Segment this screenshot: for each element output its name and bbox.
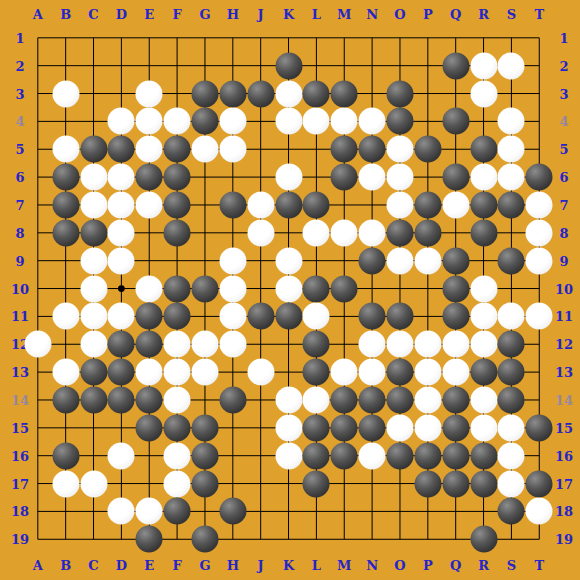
black-stone-B16 — [52, 442, 79, 469]
black-stone-K7 — [275, 191, 302, 218]
white-stone-R11 — [470, 303, 497, 330]
row-label-right-3: 3 — [559, 87, 568, 100]
col-label-top-J: J — [258, 8, 264, 21]
black-stone-L7 — [303, 191, 330, 218]
black-stone-C8 — [80, 219, 107, 246]
white-stone-H4 — [219, 108, 246, 135]
black-stone-F11 — [164, 303, 191, 330]
col-label-top-C: C — [88, 8, 98, 21]
white-stone-R10 — [470, 275, 497, 302]
col-label-bottom-H: H — [227, 559, 239, 572]
black-stone-C14 — [80, 386, 107, 413]
black-stone-J3 — [247, 80, 274, 107]
white-stone-R3 — [470, 80, 497, 107]
col-label-top-P: P — [423, 8, 433, 21]
row-label-left-17: 17 — [11, 477, 29, 490]
black-stone-K11 — [275, 303, 302, 330]
white-stone-K16 — [275, 442, 302, 469]
black-stone-H18 — [219, 498, 246, 525]
black-stone-O13 — [386, 359, 413, 386]
row-label-left-13: 13 — [11, 366, 29, 379]
black-stone-R19 — [470, 526, 497, 553]
white-stone-E3 — [136, 80, 163, 107]
white-stone-A12 — [24, 331, 51, 358]
col-label-top-O: O — [394, 8, 405, 21]
col-label-top-T: T — [534, 8, 544, 21]
white-stone-Q12 — [442, 331, 469, 358]
black-stone-G15 — [191, 414, 218, 441]
black-stone-L13 — [303, 359, 330, 386]
white-stone-J7 — [247, 191, 274, 218]
white-stone-S16 — [498, 442, 525, 469]
black-stone-D13 — [108, 359, 135, 386]
black-stone-F5 — [164, 136, 191, 163]
black-stone-Q9 — [442, 247, 469, 274]
col-label-top-K: K — [283, 8, 294, 21]
black-stone-N5 — [359, 136, 386, 163]
black-stone-C13 — [80, 359, 107, 386]
black-stone-G10 — [191, 275, 218, 302]
black-stone-S9 — [498, 247, 525, 274]
row-label-left-14: 14 — [11, 393, 29, 406]
row-label-left-9: 9 — [15, 254, 24, 267]
row-label-left-5: 5 — [15, 143, 24, 156]
black-stone-S18 — [498, 498, 525, 525]
row-label-left-11: 11 — [11, 310, 29, 323]
white-stone-Q13 — [442, 359, 469, 386]
white-stone-S15 — [498, 414, 525, 441]
row-label-right-4: 4 — [559, 115, 568, 128]
black-stone-H7 — [219, 191, 246, 218]
row-label-right-17: 17 — [555, 477, 573, 490]
white-stone-C7 — [80, 191, 107, 218]
black-stone-F15 — [164, 414, 191, 441]
black-stone-N15 — [359, 414, 386, 441]
black-stone-G16 — [191, 442, 218, 469]
row-label-left-6: 6 — [15, 171, 24, 184]
white-stone-R6 — [470, 164, 497, 191]
white-stone-K4 — [275, 108, 302, 135]
white-stone-H11 — [219, 303, 246, 330]
black-stone-H3 — [219, 80, 246, 107]
col-label-bottom-B: B — [60, 559, 71, 572]
black-stone-F7 — [164, 191, 191, 218]
white-stone-S2 — [498, 52, 525, 79]
white-stone-P14 — [414, 386, 441, 413]
black-stone-P5 — [414, 136, 441, 163]
black-stone-R17 — [470, 470, 497, 497]
col-label-top-E: E — [144, 8, 154, 21]
black-stone-O4 — [386, 108, 413, 135]
black-stone-B8 — [52, 219, 79, 246]
col-label-top-F: F — [172, 8, 181, 21]
black-stone-Q15 — [442, 414, 469, 441]
white-stone-E18 — [136, 498, 163, 525]
row-label-left-19: 19 — [11, 533, 29, 546]
white-stone-L11 — [303, 303, 330, 330]
black-stone-L16 — [303, 442, 330, 469]
col-label-top-M: M — [337, 8, 351, 21]
col-label-bottom-D: D — [116, 559, 127, 572]
row-label-right-15: 15 — [555, 421, 573, 434]
black-stone-D12 — [108, 331, 135, 358]
row-label-left-15: 15 — [11, 421, 29, 434]
white-stone-F13 — [164, 359, 191, 386]
black-stone-F18 — [164, 498, 191, 525]
row-label-left-3: 3 — [15, 87, 24, 100]
black-stone-G17 — [191, 470, 218, 497]
black-stone-O14 — [386, 386, 413, 413]
white-stone-F12 — [164, 331, 191, 358]
white-stone-M13 — [331, 359, 358, 386]
white-stone-T18 — [526, 498, 553, 525]
black-stone-O11 — [386, 303, 413, 330]
white-stone-O6 — [386, 164, 413, 191]
white-stone-B13 — [52, 359, 79, 386]
row-label-right-18: 18 — [555, 505, 573, 518]
white-stone-O15 — [386, 414, 413, 441]
black-stone-F10 — [164, 275, 191, 302]
black-stone-Q11 — [442, 303, 469, 330]
white-stone-C11 — [80, 303, 107, 330]
white-stone-J8 — [247, 219, 274, 246]
white-stone-O7 — [386, 191, 413, 218]
black-stone-O16 — [386, 442, 413, 469]
white-stone-G5 — [191, 136, 218, 163]
white-stone-H9 — [219, 247, 246, 274]
white-stone-K10 — [275, 275, 302, 302]
col-label-bottom-S: S — [507, 559, 516, 572]
black-stone-D14 — [108, 386, 135, 413]
white-stone-O5 — [386, 136, 413, 163]
white-stone-P15 — [414, 414, 441, 441]
white-stone-N13 — [359, 359, 386, 386]
go-board[interactable]: AABBCCDDEEFFGGHHJJKKLLMMNNOOPPQQRRSSTT11… — [0, 0, 580, 580]
row-label-right-11: 11 — [555, 310, 573, 323]
black-stone-M5 — [331, 136, 358, 163]
black-stone-N11 — [359, 303, 386, 330]
white-stone-H12 — [219, 331, 246, 358]
col-label-top-S: S — [507, 8, 516, 21]
black-stone-R16 — [470, 442, 497, 469]
white-stone-L14 — [303, 386, 330, 413]
white-stone-D18 — [108, 498, 135, 525]
black-stone-R13 — [470, 359, 497, 386]
col-label-bottom-J: J — [258, 559, 264, 572]
col-label-bottom-O: O — [394, 559, 405, 572]
row-label-right-2: 2 — [559, 59, 568, 72]
white-stone-C10 — [80, 275, 107, 302]
col-label-bottom-C: C — [88, 559, 98, 572]
black-stone-Q14 — [442, 386, 469, 413]
black-stone-R8 — [470, 219, 497, 246]
black-stone-P16 — [414, 442, 441, 469]
white-stone-T11 — [526, 303, 553, 330]
black-stone-S7 — [498, 191, 525, 218]
black-stone-G19 — [191, 526, 218, 553]
white-stone-C6 — [80, 164, 107, 191]
white-stone-J13 — [247, 359, 274, 386]
white-stone-N8 — [359, 219, 386, 246]
white-stone-E13 — [136, 359, 163, 386]
black-stone-F8 — [164, 219, 191, 246]
black-stone-L10 — [303, 275, 330, 302]
white-stone-K6 — [275, 164, 302, 191]
col-label-bottom-T: T — [534, 559, 544, 572]
black-stone-O8 — [386, 219, 413, 246]
row-label-left-2: 2 — [15, 59, 24, 72]
white-stone-L4 — [303, 108, 330, 135]
white-stone-C9 — [80, 247, 107, 274]
black-stone-S12 — [498, 331, 525, 358]
black-stone-P17 — [414, 470, 441, 497]
row-label-left-8: 8 — [15, 226, 24, 239]
white-stone-B17 — [52, 470, 79, 497]
white-stone-H5 — [219, 136, 246, 163]
white-stone-N12 — [359, 331, 386, 358]
white-stone-R2 — [470, 52, 497, 79]
white-stone-S11 — [498, 303, 525, 330]
black-stone-T17 — [526, 470, 553, 497]
black-stone-M3 — [331, 80, 358, 107]
black-stone-M15 — [331, 414, 358, 441]
col-label-bottom-N: N — [366, 559, 378, 572]
row-label-right-7: 7 — [559, 198, 568, 211]
white-stone-P13 — [414, 359, 441, 386]
row-label-right-16: 16 — [555, 449, 573, 462]
white-stone-T8 — [526, 219, 553, 246]
black-stone-P7 — [414, 191, 441, 218]
black-stone-E12 — [136, 331, 163, 358]
col-label-bottom-F: F — [172, 559, 181, 572]
black-stone-T15 — [526, 414, 553, 441]
black-stone-B7 — [52, 191, 79, 218]
black-stone-P8 — [414, 219, 441, 246]
black-stone-E11 — [136, 303, 163, 330]
white-stone-F4 — [164, 108, 191, 135]
row-label-left-7: 7 — [15, 198, 24, 211]
row-label-left-16: 16 — [11, 449, 29, 462]
black-stone-K2 — [275, 52, 302, 79]
white-stone-D6 — [108, 164, 135, 191]
row-label-right-13: 13 — [555, 366, 573, 379]
white-stone-B5 — [52, 136, 79, 163]
black-stone-F6 — [164, 164, 191, 191]
col-label-top-N: N — [366, 8, 378, 21]
col-label-bottom-M: M — [337, 559, 351, 572]
white-stone-R14 — [470, 386, 497, 413]
black-stone-H14 — [219, 386, 246, 413]
white-stone-K9 — [275, 247, 302, 274]
star-point — [118, 285, 125, 292]
black-stone-S14 — [498, 386, 525, 413]
black-stone-J11 — [247, 303, 274, 330]
white-stone-N6 — [359, 164, 386, 191]
white-stone-D11 — [108, 303, 135, 330]
black-stone-O3 — [386, 80, 413, 107]
black-stone-L15 — [303, 414, 330, 441]
row-label-right-10: 10 — [555, 282, 573, 295]
black-stone-E6 — [136, 164, 163, 191]
black-stone-L17 — [303, 470, 330, 497]
col-label-top-A: A — [33, 8, 43, 21]
white-stone-F16 — [164, 442, 191, 469]
white-stone-B3 — [52, 80, 79, 107]
black-stone-N14 — [359, 386, 386, 413]
black-stone-Q16 — [442, 442, 469, 469]
white-stone-S4 — [498, 108, 525, 135]
row-label-right-19: 19 — [555, 533, 573, 546]
black-stone-E14 — [136, 386, 163, 413]
col-label-bottom-R: R — [478, 559, 489, 572]
white-stone-S5 — [498, 136, 525, 163]
white-stone-C17 — [80, 470, 107, 497]
col-label-bottom-A: A — [33, 559, 43, 572]
col-label-top-D: D — [116, 8, 127, 21]
black-stone-L3 — [303, 80, 330, 107]
white-stone-T7 — [526, 191, 553, 218]
black-stone-M16 — [331, 442, 358, 469]
black-stone-E15 — [136, 414, 163, 441]
black-stone-E19 — [136, 526, 163, 553]
black-stone-Q10 — [442, 275, 469, 302]
white-stone-E10 — [136, 275, 163, 302]
white-stone-C12 — [80, 331, 107, 358]
white-stone-P9 — [414, 247, 441, 274]
white-stone-S17 — [498, 470, 525, 497]
white-stone-D16 — [108, 442, 135, 469]
black-stone-C5 — [80, 136, 107, 163]
black-stone-Q4 — [442, 108, 469, 135]
black-stone-N9 — [359, 247, 386, 274]
black-stone-G3 — [191, 80, 218, 107]
black-stone-T6 — [526, 164, 553, 191]
white-stone-D7 — [108, 191, 135, 218]
white-stone-G12 — [191, 331, 218, 358]
col-label-top-Q: Q — [450, 8, 461, 21]
col-label-bottom-P: P — [423, 559, 433, 572]
black-stone-B6 — [52, 164, 79, 191]
white-stone-D8 — [108, 219, 135, 246]
white-stone-R12 — [470, 331, 497, 358]
black-stone-M14 — [331, 386, 358, 413]
col-label-top-G: G — [199, 8, 210, 21]
black-stone-Q6 — [442, 164, 469, 191]
white-stone-B11 — [52, 303, 79, 330]
row-label-left-4: 4 — [15, 115, 24, 128]
black-stone-G4 — [191, 108, 218, 135]
col-label-top-H: H — [227, 8, 239, 21]
white-stone-L8 — [303, 219, 330, 246]
col-label-bottom-Q: Q — [450, 559, 461, 572]
white-stone-D4 — [108, 108, 135, 135]
white-stone-R15 — [470, 414, 497, 441]
white-stone-N4 — [359, 108, 386, 135]
white-stone-Q7 — [442, 191, 469, 218]
row-label-right-8: 8 — [559, 226, 568, 239]
white-stone-G13 — [191, 359, 218, 386]
white-stone-K15 — [275, 414, 302, 441]
black-stone-S13 — [498, 359, 525, 386]
col-label-bottom-E: E — [144, 559, 154, 572]
black-stone-Q17 — [442, 470, 469, 497]
row-label-right-12: 12 — [555, 338, 573, 351]
white-stone-H10 — [219, 275, 246, 302]
col-label-top-B: B — [60, 8, 71, 21]
row-label-right-9: 9 — [559, 254, 568, 267]
col-label-bottom-K: K — [283, 559, 294, 572]
white-stone-E7 — [136, 191, 163, 218]
row-label-right-6: 6 — [559, 171, 568, 184]
white-stone-P12 — [414, 331, 441, 358]
black-stone-Q2 — [442, 52, 469, 79]
row-label-right-1: 1 — [559, 31, 568, 44]
white-stone-O12 — [386, 331, 413, 358]
row-label-left-1: 1 — [15, 31, 24, 44]
row-label-right-14: 14 — [555, 393, 573, 406]
black-stone-L12 — [303, 331, 330, 358]
white-stone-M8 — [331, 219, 358, 246]
white-stone-E5 — [136, 136, 163, 163]
white-stone-F17 — [164, 470, 191, 497]
black-stone-B14 — [52, 386, 79, 413]
black-stone-M6 — [331, 164, 358, 191]
row-label-left-10: 10 — [11, 282, 29, 295]
white-stone-E4 — [136, 108, 163, 135]
col-label-bottom-G: G — [199, 559, 210, 572]
white-stone-K3 — [275, 80, 302, 107]
white-stone-O9 — [386, 247, 413, 274]
black-stone-D5 — [108, 136, 135, 163]
white-stone-S6 — [498, 164, 525, 191]
black-stone-R5 — [470, 136, 497, 163]
black-stone-M10 — [331, 275, 358, 302]
white-stone-F14 — [164, 386, 191, 413]
row-label-right-5: 5 — [559, 143, 568, 156]
white-stone-M4 — [331, 108, 358, 135]
row-label-left-18: 18 — [11, 505, 29, 518]
white-stone-D9 — [108, 247, 135, 274]
col-label-top-L: L — [312, 8, 321, 21]
white-stone-N16 — [359, 442, 386, 469]
col-label-bottom-L: L — [312, 559, 321, 572]
white-stone-K14 — [275, 386, 302, 413]
white-stone-T9 — [526, 247, 553, 274]
col-label-top-R: R — [478, 8, 489, 21]
black-stone-R7 — [470, 191, 497, 218]
